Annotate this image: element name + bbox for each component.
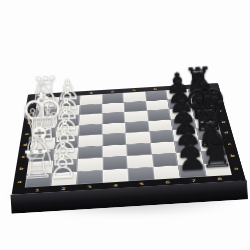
- square-g3: [79, 104, 101, 115]
- product-photo-chess-set: 12345678 12345678 hgfedcba hgfedcba ♖♙♟♜…: [0, 0, 250, 250]
- square-e6: [148, 119, 173, 131]
- coordinate-label: 2: [59, 91, 81, 97]
- square-g5: [124, 101, 147, 112]
- square-a3: [77, 170, 103, 185]
- square-f4: [102, 112, 125, 124]
- square-h2: ♙: [58, 96, 80, 107]
- square-b3: [77, 157, 102, 171]
- square-a6: [153, 165, 180, 179]
- square-a5: [128, 167, 155, 182]
- coordinate-label: 4: [102, 89, 123, 95]
- square-h6: [145, 90, 168, 101]
- rank-coordinates-far: 12345678: [37, 84, 209, 99]
- square-h4: [102, 93, 124, 104]
- square-h5: [123, 92, 145, 103]
- piece-bR-a8: ♜: [199, 134, 236, 174]
- square-c4: [102, 144, 127, 157]
- square-d3: [78, 134, 102, 147]
- coordinate-label: 3: [80, 90, 101, 96]
- coordinate-label: 7: [165, 85, 187, 91]
- square-e4: [102, 122, 126, 134]
- square-g6: [146, 100, 169, 111]
- square-g4: [102, 102, 124, 113]
- chess-board: 12345678 12345678 hgfedcba hgfedcba ♖♙♟♜…: [12, 83, 246, 195]
- square-e3: [79, 124, 102, 136]
- square-a4: [102, 168, 128, 183]
- square-f3: [79, 113, 102, 125]
- square-f5: [124, 111, 148, 123]
- square-c3: [78, 146, 103, 159]
- square-f6: [147, 109, 171, 121]
- piece-wP-a2: ♙: [47, 149, 79, 184]
- square-a8: ♜: [203, 162, 232, 176]
- square-e5: [125, 121, 149, 133]
- board-squares: ♖♙♟♜♘♙♟♞♗♙♟♝♔♙♟♚♕♙♟♛♗♙♟♝♘♙♟♞♖♙♟♜: [25, 88, 232, 188]
- coordinate-label: 5: [123, 87, 145, 93]
- square-h3: [80, 94, 102, 105]
- square-a2: ♙: [51, 171, 77, 186]
- coordinate-label: 6: [144, 86, 166, 92]
